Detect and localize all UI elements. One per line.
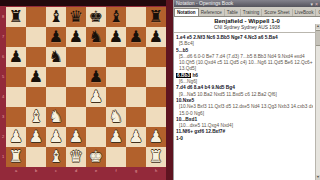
white-pawn-piece[interactable]: ♟	[26, 127, 46, 147]
black-rook-piece[interactable]: ♜	[6, 7, 26, 27]
square-h8[interactable]: ♜	[146, 7, 166, 27]
notation-titlebar[interactable]: Notation - Openings Book ▾ ×	[174, 0, 320, 7]
scrollbar-thumb[interactable]	[316, 30, 320, 46]
square-a1[interactable]: ♜	[6, 147, 26, 167]
file-label-g: g	[126, 167, 146, 174]
white-pawn-piece[interactable]: ♟	[146, 127, 166, 147]
notation-tabs: NotationReferenceTableTrainingScore Shee…	[174, 7, 320, 17]
square-e3[interactable]	[86, 107, 106, 127]
square-c3[interactable]: ♞	[46, 107, 66, 127]
square-b5[interactable]: ♟	[26, 67, 46, 87]
tab-score-sheet[interactable]: Score Sheet	[262, 9, 292, 16]
black-rook-piece[interactable]: ♜	[146, 7, 166, 27]
square-e4[interactable]: ♟	[86, 87, 106, 107]
file-labels: abcdefgh	[6, 167, 166, 174]
tab-notation[interactable]: Notation	[174, 8, 199, 16]
square-b7[interactable]	[26, 27, 46, 47]
black-pawn-piece[interactable]: ♟	[46, 27, 66, 47]
square-a7[interactable]	[6, 27, 26, 47]
square-d1[interactable]: ♛	[66, 147, 86, 167]
notation-line[interactable]: 10.Qh5 (10.Qxd4 c5 11.Qd5 c4) 10...Ng6 1…	[176, 60, 313, 66]
white-pawn-piece[interactable]: ♟	[126, 127, 146, 147]
black-pawn-piece[interactable]: ♟	[106, 27, 126, 47]
square-c4[interactable]	[46, 87, 66, 107]
square-g5[interactable]	[126, 67, 146, 87]
square-c8[interactable]: ♝	[46, 7, 66, 27]
current-move[interactable]: 6.Bb3	[176, 73, 191, 78]
square-h2[interactable]: ♟	[146, 127, 166, 147]
square-d4[interactable]	[66, 87, 86, 107]
black-queen-piece[interactable]: ♛	[66, 7, 86, 27]
tab-table[interactable]: Table	[225, 9, 241, 16]
scroll-down-icon[interactable]: ▼	[316, 175, 320, 180]
square-c6[interactable]: ♞	[46, 47, 66, 67]
square-d2[interactable]: ♟	[66, 127, 86, 147]
white-knight-piece[interactable]: ♞	[46, 107, 66, 127]
move-list: 1.e4 e5 2.Nf3 Nc6 3.Bb5 Nge7 4.Nc3 a6 5.…	[174, 33, 320, 142]
square-a5[interactable]	[6, 67, 26, 87]
square-b4[interactable]	[26, 87, 46, 107]
scrollbar[interactable]: ▲ ▼	[315, 24, 320, 180]
window-buttons: ▾ ×	[311, 1, 318, 7]
square-h3[interactable]	[146, 107, 166, 127]
black-pawn-piece[interactable]: ♟	[26, 67, 46, 87]
square-c5[interactable]	[46, 67, 66, 87]
notation-window-title: Notation - Openings Book	[176, 0, 233, 7]
tab-openings-book[interactable]: Openings Book	[316, 9, 320, 16]
square-g1[interactable]	[126, 147, 146, 167]
file-label-h: h	[146, 167, 166, 174]
square-c7[interactable]: ♟	[46, 27, 66, 47]
square-h5[interactable]	[146, 67, 166, 87]
game-result[interactable]: 1-0	[176, 136, 313, 142]
square-a2[interactable]: ♟	[6, 127, 26, 147]
black-pawn-piece[interactable]: ♟	[6, 47, 26, 67]
square-h6[interactable]	[146, 47, 166, 67]
black-bishop-piece[interactable]: ♝	[46, 7, 66, 27]
square-c2[interactable]: ♟	[46, 127, 66, 147]
file-label-e: e	[86, 167, 106, 174]
white-queen-piece[interactable]: ♛	[66, 147, 86, 167]
square-a6[interactable]: ♟	[6, 47, 26, 67]
app-window: 87654321 ♜♝♛♚♝♜♟♟♞♟♟♟♟♞♟♟♟♝♞♞♟♟♟♟♟♟♟♜♝♛♚…	[0, 0, 320, 180]
black-pawn-piece[interactable]: ♟	[86, 67, 106, 87]
close-icon[interactable]: ×	[315, 1, 318, 7]
black-pawn-piece[interactable]: ♟	[126, 27, 146, 47]
white-knight-piece[interactable]: ♞	[106, 107, 126, 127]
black-pawn-piece[interactable]: ♟	[66, 27, 86, 47]
board-frame-right-edge	[166, 0, 173, 180]
game-players: Benjafield - Wippell 1-0	[174, 18, 320, 25]
square-e8[interactable]: ♚	[86, 7, 106, 27]
square-g4[interactable]	[126, 87, 146, 107]
square-f1[interactable]	[106, 147, 126, 167]
square-f3[interactable]: ♞	[106, 107, 126, 127]
white-bishop-piece[interactable]: ♝	[46, 147, 66, 167]
square-h1[interactable]: ♜	[146, 147, 166, 167]
square-f4[interactable]	[106, 87, 126, 107]
square-e6[interactable]	[86, 47, 106, 67]
square-a4[interactable]	[6, 87, 26, 107]
square-b8[interactable]	[26, 7, 46, 27]
white-king-piece[interactable]: ♚	[86, 147, 106, 167]
square-d6[interactable]	[66, 47, 86, 67]
square-h4[interactable]	[146, 87, 166, 107]
file-label-c: c	[46, 167, 66, 174]
file-label-f: f	[106, 167, 126, 174]
scroll-up-icon[interactable]: ▲	[316, 24, 320, 29]
square-f5[interactable]	[106, 67, 126, 87]
board-frame-top-edge	[0, 0, 173, 6]
square-d8[interactable]: ♛	[66, 7, 86, 27]
square-g8[interactable]	[126, 7, 146, 27]
white-pawn-piece[interactable]: ♟	[6, 127, 26, 147]
game-event: CNI Sydney Sydney AUS 1938	[174, 25, 320, 31]
tab-training[interactable]: Training	[241, 9, 262, 16]
notation-window: Notation - Openings Book ▾ × NotationRef…	[173, 0, 320, 180]
tab-livebook[interactable]: LiveBook	[293, 9, 317, 16]
white-pawn-piece[interactable]: ♟	[46, 127, 66, 147]
square-d5[interactable]	[66, 67, 86, 87]
square-b2[interactable]: ♟	[26, 127, 46, 147]
square-g2[interactable]: ♟	[126, 127, 146, 147]
square-f6[interactable]	[106, 47, 126, 67]
square-b3[interactable]: ♝	[26, 107, 46, 127]
notation-line[interactable]: [10.Ne3 Bxf3 11.Qxf3 d5 12.dxe5 Nd4 13.Q…	[176, 104, 313, 110]
black-knight-piece[interactable]: ♞	[86, 27, 106, 47]
square-b6[interactable]	[26, 47, 46, 67]
square-d3[interactable]	[66, 107, 86, 127]
board-frame: 87654321 ♜♝♛♚♝♜♟♟♞♟♟♟♟♞♟♟♟♝♞♞♟♟♟♟♟♟♟♜♝♛♚…	[0, 0, 173, 180]
square-e2[interactable]	[86, 127, 106, 147]
square-e5[interactable]: ♟	[86, 67, 106, 87]
white-rook-piece[interactable]: ♜	[6, 147, 26, 167]
square-g6[interactable]	[126, 47, 146, 67]
black-bishop-piece[interactable]: ♝	[106, 7, 126, 27]
tab-reference[interactable]: Reference	[199, 9, 225, 16]
square-e7[interactable]: ♞	[86, 27, 106, 47]
file-label-a: a	[6, 167, 26, 174]
game-header: Benjafield - Wippell 1-0 CNI Sydney Sydn…	[174, 17, 320, 33]
square-a3[interactable]	[6, 107, 26, 127]
menu-icon[interactable]: ▾	[311, 1, 314, 7]
white-pawn-piece[interactable]: ♟	[106, 127, 126, 147]
white-rook-piece[interactable]: ♜	[146, 147, 166, 167]
white-pawn-piece[interactable]: ♟	[86, 87, 106, 107]
file-label-d: d	[66, 167, 86, 174]
chess-board[interactable]: ♜♝♛♚♝♜♟♟♞♟♟♟♟♞♟♟♟♝♞♞♟♟♟♟♟♟♟♜♝♛♚♜	[6, 7, 166, 167]
black-pawn-piece[interactable]: ♟	[146, 27, 166, 47]
square-f8[interactable]: ♝	[106, 7, 126, 27]
square-f2[interactable]: ♟	[106, 127, 126, 147]
white-bishop-piece[interactable]: ♝	[26, 107, 46, 127]
square-f7[interactable]: ♟	[106, 27, 126, 47]
square-g7[interactable]: ♟	[126, 27, 146, 47]
square-g3[interactable]	[126, 107, 146, 127]
white-pawn-piece[interactable]: ♟	[66, 127, 86, 147]
square-a8[interactable]: ♜	[6, 7, 26, 27]
black-king-piece[interactable]: ♚	[86, 7, 106, 27]
file-label-b: b	[26, 167, 46, 174]
black-knight-piece[interactable]: ♞	[46, 47, 66, 67]
square-h7[interactable]: ♟	[146, 27, 166, 47]
square-c1[interactable]: ♝	[46, 147, 66, 167]
square-d7[interactable]: ♟	[66, 27, 86, 47]
square-e1[interactable]: ♚	[86, 147, 106, 167]
square-b1[interactable]	[26, 147, 46, 167]
